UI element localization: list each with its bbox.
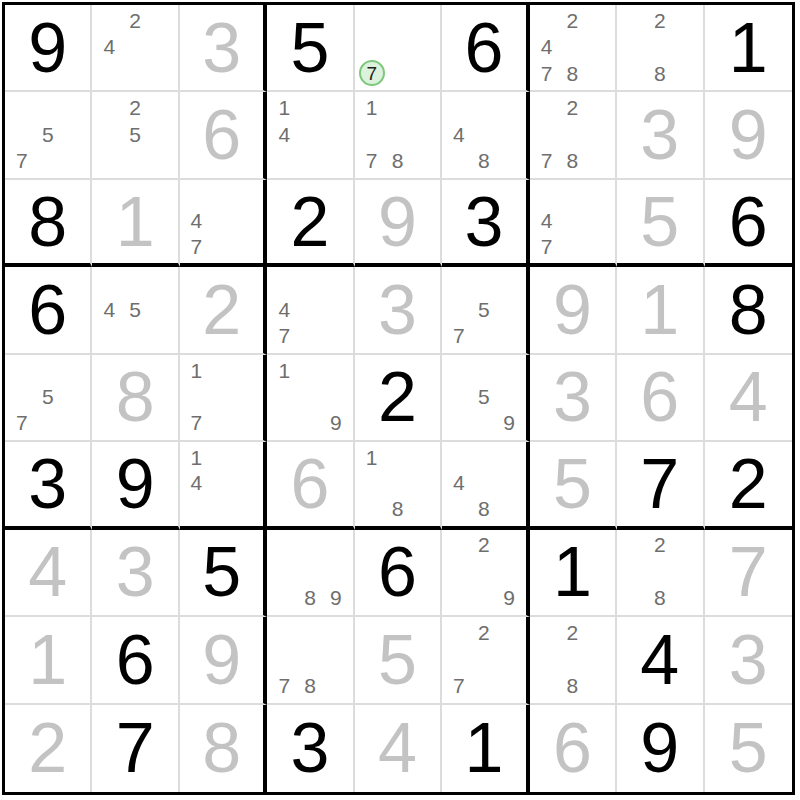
- cell-r3c3[interactable]: 47: [180, 180, 267, 267]
- cell-r8c9[interactable]: 3: [705, 617, 792, 704]
- candidate-digit: 2: [122, 94, 148, 120]
- value-gray: 8: [180, 705, 263, 792]
- candidate-digit: 8: [647, 60, 673, 86]
- candidate-digit: 1: [271, 357, 297, 383]
- candidate-digit: 5: [122, 121, 148, 147]
- value-gray: 7: [705, 530, 792, 615]
- value-black: 5: [180, 530, 263, 615]
- value-gray: 3: [180, 5, 263, 90]
- candidates-grid: 57: [446, 269, 521, 348]
- cell-r8c8[interactable]: 4: [617, 617, 704, 704]
- cell-r9c8[interactable]: 9: [617, 705, 704, 792]
- value-gray: 1: [617, 267, 702, 352]
- value-gray: 3: [355, 267, 440, 352]
- candidate-digit: 2: [559, 619, 585, 645]
- cell-r2c5[interactable]: 178: [355, 92, 442, 179]
- cell-r7c8[interactable]: 28: [617, 530, 704, 617]
- value-gray: 5: [705, 705, 792, 792]
- candidate-digit: 1: [359, 444, 385, 470]
- value-gray: 5: [617, 180, 702, 263]
- value-gray: 4: [5, 530, 90, 615]
- cell-r4c3[interactable]: 2: [180, 267, 267, 354]
- candidate-digit: 9: [497, 410, 522, 436]
- cell-r3c9[interactable]: 6: [705, 180, 792, 267]
- candidates-grid: 48: [446, 94, 521, 173]
- candidate-digit: 4: [96, 296, 122, 322]
- candidate-digit: 8: [297, 585, 323, 611]
- cell-r5c3[interactable]: 17: [180, 355, 267, 442]
- candidates-grid: 14: [271, 94, 348, 173]
- value-black: 5: [267, 5, 352, 90]
- cell-r5c9[interactable]: 4: [705, 355, 792, 442]
- candidate-digit: 4: [184, 470, 209, 496]
- value-black: 4: [617, 617, 702, 702]
- value-gray: 9: [530, 267, 615, 352]
- value-gray: 6: [267, 442, 352, 525]
- candidates-grid: 78: [271, 619, 348, 698]
- candidate-digit: 4: [184, 208, 209, 234]
- candidate-digit: 5: [471, 383, 496, 409]
- candidates-grid: 48: [446, 444, 521, 521]
- candidate-digit: 7: [271, 322, 297, 348]
- cell-r1c9[interactable]: 1: [705, 5, 792, 92]
- cell-r5c2[interactable]: 8: [92, 355, 179, 442]
- candidate-digit: 7: [359, 147, 385, 173]
- value-gray: 3: [530, 355, 615, 440]
- value-gray: 6: [530, 705, 615, 792]
- cell-r4c7[interactable]: 9: [530, 267, 617, 354]
- cell-r1c3[interactable]: 3: [180, 5, 267, 92]
- cell-r4c1[interactable]: 6: [5, 267, 92, 354]
- cell-r1c6[interactable]: 6: [442, 5, 529, 92]
- candidate-digit: 4: [446, 470, 471, 496]
- cell-r1c2[interactable]: 24: [92, 5, 179, 92]
- candidates-grid: 28: [534, 619, 611, 698]
- candidate-digit: 7: [446, 672, 471, 698]
- candidates-grid: 25: [96, 94, 173, 173]
- value-black: 1: [705, 5, 792, 90]
- cell-r4c6[interactable]: 57: [442, 267, 529, 354]
- cell-r2c3[interactable]: 6: [180, 92, 267, 179]
- cell-r5c8[interactable]: 6: [617, 355, 704, 442]
- value-black: 6: [92, 617, 177, 702]
- cell-r8c3[interactable]: 9: [180, 617, 267, 704]
- value-gray: 4: [355, 705, 440, 792]
- candidate-digit: 4: [96, 33, 122, 59]
- value-black: 8: [705, 267, 792, 352]
- candidate-digit: 1: [271, 94, 297, 120]
- candidate-digit: 8: [559, 147, 585, 173]
- candidate-digit: 8: [559, 60, 585, 86]
- value-black: 3: [442, 180, 525, 263]
- candidate-digit: 2: [471, 619, 496, 645]
- candidates-grid: 59: [446, 357, 521, 436]
- cell-r9c4[interactable]: 3: [267, 705, 354, 792]
- cell-r4c8[interactable]: 1: [617, 267, 704, 354]
- value-black: 8: [5, 180, 90, 263]
- value-gray: 3: [617, 92, 702, 177]
- candidates-grid: 45: [96, 269, 173, 348]
- cell-r3c1[interactable]: 8: [5, 180, 92, 267]
- cell-r4c9[interactable]: 8: [705, 267, 792, 354]
- candidates-grid: 57: [9, 94, 86, 173]
- cell-r3c2[interactable]: 1: [92, 180, 179, 267]
- cell-r9c5[interactable]: 4: [355, 705, 442, 792]
- cell-r9c9[interactable]: 5: [705, 705, 792, 792]
- cell-r1c8[interactable]: 28: [617, 5, 704, 92]
- cell-r3c8[interactable]: 5: [617, 180, 704, 267]
- cell-r7c6[interactable]: 29: [442, 530, 529, 617]
- candidate-digit: 1: [359, 94, 385, 120]
- candidates-grid: 57: [9, 357, 86, 436]
- cell-r1c5[interactable]: 7: [355, 5, 442, 92]
- candidate-digit: 7: [534, 60, 560, 86]
- candidate-digit: 7: [184, 410, 209, 436]
- cell-r1c4[interactable]: 5: [267, 5, 354, 92]
- candidate-digit: 4: [534, 33, 560, 59]
- candidates-grid: 89: [271, 532, 348, 611]
- cell-r6c4[interactable]: 6: [267, 442, 354, 529]
- candidate-digit: 7: [446, 322, 471, 348]
- value-black: 1: [530, 530, 615, 615]
- value-black: 3: [267, 705, 352, 792]
- value-gray: 3: [705, 617, 792, 702]
- candidates-grid: 47: [184, 182, 259, 259]
- value-black: 2: [267, 180, 352, 263]
- cell-r9c6[interactable]: 1: [442, 705, 529, 792]
- value-black: 6: [442, 5, 525, 90]
- candidate-digit: 8: [471, 147, 496, 173]
- cell-r6c2[interactable]: 9: [92, 442, 179, 529]
- candidate-digit: 2: [647, 532, 673, 558]
- value-gray: 4: [705, 355, 792, 440]
- candidate-digit: 4: [446, 121, 471, 147]
- cell-r5c5[interactable]: 2: [355, 355, 442, 442]
- value-black: 9: [5, 5, 90, 90]
- candidates-grid: 17: [184, 357, 259, 436]
- candidates-grid: 178: [359, 94, 436, 173]
- candidate-digit: 8: [471, 496, 496, 522]
- candidates-grid: 27: [446, 619, 521, 698]
- cell-r1c1[interactable]: 9: [5, 5, 92, 92]
- cell-r8c4[interactable]: 78: [267, 617, 354, 704]
- candidates-grid: 24: [96, 7, 173, 86]
- value-black: 6: [705, 180, 792, 263]
- candidate-digit: 4: [271, 296, 297, 322]
- candidate-digit: 2: [471, 532, 496, 558]
- candidate-digit: 4: [534, 208, 560, 234]
- candidates-grid: 19: [271, 357, 348, 436]
- cell-r2c7[interactable]: 278: [530, 92, 617, 179]
- cell-r8c5[interactable]: 5: [355, 617, 442, 704]
- candidate-digit: 8: [647, 585, 673, 611]
- candidates-grid: 28: [621, 7, 698, 86]
- cell-r6c6[interactable]: 48: [442, 442, 529, 529]
- cell-r2c8[interactable]: 3: [617, 92, 704, 179]
- cell-r7c9[interactable]: 7: [705, 530, 792, 617]
- cell-r2c2[interactable]: 25: [92, 92, 179, 179]
- value-gray: 5: [355, 617, 440, 702]
- cell-r7c1[interactable]: 4: [5, 530, 92, 617]
- cell-r9c3[interactable]: 8: [180, 705, 267, 792]
- cell-r4c5[interactable]: 3: [355, 267, 442, 354]
- candidate-digit: 8: [385, 147, 411, 173]
- value-gray: 2: [5, 705, 90, 792]
- cell-r9c1[interactable]: 2: [5, 705, 92, 792]
- candidates-grid: 29: [446, 532, 521, 611]
- sudoku-board: 9243576247828157256141784827839814729347…: [2, 2, 795, 795]
- cell-r7c7[interactable]: 1: [530, 530, 617, 617]
- cell-r9c7[interactable]: 6: [530, 705, 617, 792]
- cell-r5c4[interactable]: 19: [267, 355, 354, 442]
- value-gray: 9: [705, 92, 792, 177]
- cell-r6c1[interactable]: 3: [5, 442, 92, 529]
- cell-r8c2[interactable]: 6: [92, 617, 179, 704]
- candidate-digit: 2: [647, 7, 673, 33]
- cell-r2c4[interactable]: 14: [267, 92, 354, 179]
- value-black: 1: [442, 705, 525, 792]
- cell-r6c3[interactable]: 14: [180, 442, 267, 529]
- candidate-digit: 7: [534, 234, 560, 260]
- value-black: 3: [5, 442, 90, 525]
- cell-r6c5[interactable]: 18: [355, 442, 442, 529]
- value-gray: 6: [617, 355, 702, 440]
- cell-r2c9[interactable]: 9: [705, 92, 792, 179]
- value-black: 7: [92, 705, 177, 792]
- candidate-digit: 7: [9, 147, 35, 173]
- cell-r7c3[interactable]: 5: [180, 530, 267, 617]
- candidate-digit: 7: [9, 410, 35, 436]
- value-black: 9: [617, 705, 702, 792]
- candidate-digit: 7: [184, 234, 209, 260]
- cell-r6c8[interactable]: 7: [617, 442, 704, 529]
- value-gray: 6: [180, 92, 263, 177]
- candidate-digit: 8: [385, 496, 411, 522]
- candidates-grid: 47: [534, 182, 611, 259]
- value-black: 2: [355, 355, 440, 440]
- cell-r7c2[interactable]: 3: [92, 530, 179, 617]
- value-gray: 5: [530, 442, 615, 525]
- candidate-digit: 9: [323, 410, 349, 436]
- cell-r7c5[interactable]: 6: [355, 530, 442, 617]
- candidate-digit: 9: [497, 585, 522, 611]
- highlighted-candidate[interactable]: 7: [359, 60, 385, 86]
- cell-r5c7[interactable]: 3: [530, 355, 617, 442]
- candidate-digit: 2: [122, 7, 148, 33]
- candidate-digit: 5: [35, 383, 61, 409]
- candidate-digit: 5: [35, 121, 61, 147]
- cell-r8c6[interactable]: 27: [442, 617, 529, 704]
- value-gray: 2: [180, 267, 263, 352]
- cell-r4c4[interactable]: 47: [267, 267, 354, 354]
- value-gray: 1: [92, 180, 177, 263]
- value-gray: 9: [355, 180, 440, 263]
- value-gray: 3: [92, 530, 177, 615]
- value-gray: 1: [5, 617, 90, 702]
- cell-r2c6[interactable]: 48: [442, 92, 529, 179]
- candidates-grid: 14: [184, 444, 259, 521]
- candidate-digit: 1: [184, 444, 209, 470]
- cell-r8c7[interactable]: 28: [530, 617, 617, 704]
- candidates-grid: 7: [359, 7, 436, 86]
- candidate-digit: 2: [559, 7, 585, 33]
- candidate-digit: 2: [559, 94, 585, 120]
- candidate-digit: 5: [122, 296, 148, 322]
- value-black: 2: [705, 442, 792, 525]
- cell-r3c4[interactable]: 2: [267, 180, 354, 267]
- cell-r3c7[interactable]: 47: [530, 180, 617, 267]
- candidate-digit: 4: [271, 121, 297, 147]
- candidates-grid: 47: [271, 269, 348, 348]
- candidate-digit: 8: [559, 672, 585, 698]
- candidate-digit: 5: [471, 296, 496, 322]
- cell-r5c6[interactable]: 59: [442, 355, 529, 442]
- cell-r2c1[interactable]: 57: [5, 92, 92, 179]
- candidate-digit: 7: [271, 672, 297, 698]
- value-gray: 8: [92, 355, 177, 440]
- cell-r6c7[interactable]: 5: [530, 442, 617, 529]
- value-black: 6: [355, 530, 440, 615]
- value-black: 6: [5, 267, 90, 352]
- value-gray: 9: [180, 617, 263, 702]
- candidates-grid: 278: [534, 94, 611, 173]
- candidates-grid: 28: [621, 532, 698, 611]
- candidate-digit: 1: [184, 357, 209, 383]
- cell-r3c6[interactable]: 3: [442, 180, 529, 267]
- cell-r3c5[interactable]: 9: [355, 180, 442, 267]
- cell-r1c7[interactable]: 2478: [530, 5, 617, 92]
- value-black: 9: [92, 442, 177, 525]
- cell-r6c9[interactable]: 2: [705, 442, 792, 529]
- cell-r9c2[interactable]: 7: [92, 705, 179, 792]
- candidates-grid: 2478: [534, 7, 611, 86]
- candidate-digit: 9: [323, 585, 349, 611]
- value-black: 7: [617, 442, 702, 525]
- cell-r4c2[interactable]: 45: [92, 267, 179, 354]
- candidate-digit: 7: [534, 147, 560, 173]
- candidates-grid: 18: [359, 444, 436, 521]
- cell-r7c4[interactable]: 89: [267, 530, 354, 617]
- cell-r5c1[interactable]: 57: [5, 355, 92, 442]
- candidate-digit: 8: [297, 672, 323, 698]
- cell-r8c1[interactable]: 1: [5, 617, 92, 704]
